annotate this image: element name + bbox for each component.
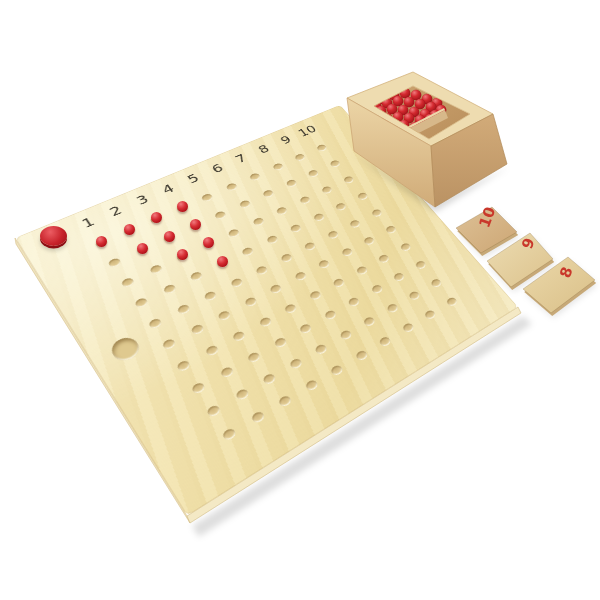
props: 7 1098 — [0, 0, 600, 600]
number-cards: 1098 — [456, 204, 598, 318]
bead-box: 7 — [347, 72, 509, 212]
scene: 12345678910 — [0, 0, 600, 600]
